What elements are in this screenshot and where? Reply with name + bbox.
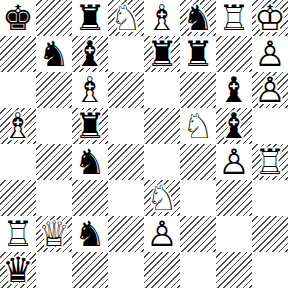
piece-black-bishop: ♝ (216, 108, 252, 144)
square-h2[interactable] (252, 216, 288, 252)
square-f2[interactable] (180, 216, 216, 252)
square-c3[interactable] (72, 180, 108, 216)
square-g3[interactable] (216, 180, 252, 216)
piece-white-pawn-fill: ♟ (252, 72, 288, 108)
square-e7[interactable]: ♜ (144, 36, 180, 72)
square-e2[interactable]: ♟♙ (144, 216, 180, 252)
square-d7[interactable] (108, 36, 144, 72)
square-c4[interactable]: ♞ (72, 144, 108, 180)
square-d4[interactable] (108, 144, 144, 180)
square-b2[interactable]: ♛♕ (36, 216, 72, 252)
square-g7[interactable] (216, 36, 252, 72)
piece-white-rook: ♖ (0, 216, 36, 252)
piece-white-bishop: ♗ (144, 0, 180, 36)
piece-white-knight: ♘ (180, 108, 216, 144)
square-h4[interactable]: ♜♖ (252, 144, 288, 180)
piece-white-knight-fill: ♞ (180, 108, 216, 144)
piece-white-knight: ♘ (108, 0, 144, 36)
square-b7[interactable]: ♞ (36, 36, 72, 72)
piece-white-pawn: ♙ (252, 72, 288, 108)
piece-white-rook-fill: ♜ (0, 216, 36, 252)
piece-black-rook: ♜ (72, 0, 108, 36)
square-a4[interactable] (0, 144, 36, 180)
square-f7[interactable]: ♜ (180, 36, 216, 72)
piece-white-knight: ♘ (144, 180, 180, 216)
square-g5[interactable]: ♝ (216, 108, 252, 144)
piece-white-rook: ♖ (216, 0, 252, 36)
square-a6[interactable] (0, 72, 36, 108)
square-b8[interactable] (36, 0, 72, 36)
square-f3[interactable] (180, 180, 216, 216)
square-d1[interactable] (108, 252, 144, 288)
piece-black-knight: ♞ (72, 144, 108, 180)
square-e8[interactable]: ♝♗ (144, 0, 180, 36)
square-f5[interactable]: ♞♘ (180, 108, 216, 144)
square-a1[interactable]: ♛ (0, 252, 36, 288)
square-b5[interactable] (36, 108, 72, 144)
square-c1[interactable] (72, 252, 108, 288)
square-f8[interactable]: ♞ (180, 0, 216, 36)
square-g1[interactable] (216, 252, 252, 288)
square-h7[interactable]: ♟♙ (252, 36, 288, 72)
square-d5[interactable] (108, 108, 144, 144)
piece-black-king: ♚ (0, 0, 36, 36)
square-c7[interactable]: ♝ (72, 36, 108, 72)
piece-white-knight-fill: ♞ (108, 0, 144, 36)
square-b4[interactable] (36, 144, 72, 180)
square-b6[interactable] (36, 72, 72, 108)
square-c6[interactable]: ♝♗ (72, 72, 108, 108)
piece-white-bishop-fill: ♝ (0, 108, 36, 144)
square-h8[interactable]: ♚♔ (252, 0, 288, 36)
piece-white-queen: ♕ (36, 216, 72, 252)
square-c2[interactable]: ♞ (72, 216, 108, 252)
piece-white-rook-fill: ♜ (216, 0, 252, 36)
square-h6[interactable]: ♟♙ (252, 72, 288, 108)
piece-black-bishop: ♝ (72, 36, 108, 72)
piece-white-queen-fill: ♛ (36, 216, 72, 252)
square-g4[interactable]: ♟♙ (216, 144, 252, 180)
piece-black-rook: ♜ (180, 36, 216, 72)
piece-black-knight: ♞ (36, 36, 72, 72)
square-c8[interactable]: ♜ (72, 0, 108, 36)
piece-white-pawn-fill: ♟ (216, 144, 252, 180)
piece-black-rook: ♜ (144, 36, 180, 72)
square-b3[interactable] (36, 180, 72, 216)
piece-white-bishop: ♗ (0, 108, 36, 144)
piece-black-bishop: ♝ (216, 72, 252, 108)
piece-white-bishop-fill: ♝ (72, 72, 108, 108)
piece-white-pawn: ♙ (216, 144, 252, 180)
square-d6[interactable] (108, 72, 144, 108)
piece-black-rook: ♜ (72, 108, 108, 144)
piece-white-rook-fill: ♜ (252, 144, 288, 180)
piece-black-queen: ♛ (0, 252, 36, 288)
piece-white-king: ♔ (252, 0, 288, 36)
square-f6[interactable] (180, 72, 216, 108)
piece-white-pawn: ♙ (252, 36, 288, 72)
chess-board: ♚♜♞♘♝♗♞♜♖♚♔♞♝♜♜♟♙♝♗♝♟♙♝♗♜♞♘♝♞♟♙♜♖♞♘♜♖♛♕♞… (0, 0, 288, 288)
square-h5[interactable] (252, 108, 288, 144)
square-h3[interactable] (252, 180, 288, 216)
square-f1[interactable] (180, 252, 216, 288)
square-d8[interactable]: ♞♘ (108, 0, 144, 36)
square-e3[interactable]: ♞♘ (144, 180, 180, 216)
piece-white-bishop: ♗ (72, 72, 108, 108)
square-a7[interactable] (0, 36, 36, 72)
square-c5[interactable]: ♜ (72, 108, 108, 144)
square-g2[interactable] (216, 216, 252, 252)
piece-white-rook: ♖ (252, 144, 288, 180)
square-g8[interactable]: ♜♖ (216, 0, 252, 36)
piece-white-pawn-fill: ♟ (144, 216, 180, 252)
square-a5[interactable]: ♝♗ (0, 108, 36, 144)
piece-white-pawn-fill: ♟ (252, 36, 288, 72)
piece-white-king-fill: ♚ (252, 0, 288, 36)
piece-white-bishop-fill: ♝ (144, 0, 180, 36)
square-d2[interactable] (108, 216, 144, 252)
square-e5[interactable] (144, 108, 180, 144)
square-e4[interactable] (144, 144, 180, 180)
piece-black-knight: ♞ (180, 0, 216, 36)
square-g6[interactable]: ♝ (216, 72, 252, 108)
piece-black-knight: ♞ (72, 216, 108, 252)
square-d3[interactable] (108, 180, 144, 216)
square-e6[interactable] (144, 72, 180, 108)
square-f4[interactable] (180, 144, 216, 180)
piece-white-knight-fill: ♞ (144, 180, 180, 216)
square-e1[interactable] (144, 252, 180, 288)
piece-white-pawn: ♙ (144, 216, 180, 252)
square-b1[interactable] (36, 252, 72, 288)
square-a3[interactable] (0, 180, 36, 216)
square-a2[interactable]: ♜♖ (0, 216, 36, 252)
square-a8[interactable]: ♚ (0, 0, 36, 36)
square-h1[interactable] (252, 252, 288, 288)
